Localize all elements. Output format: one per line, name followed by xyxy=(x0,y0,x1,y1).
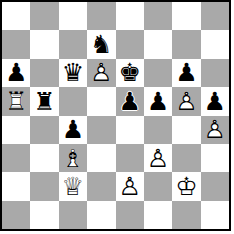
black-pawn[interactable]: ♟ xyxy=(116,87,144,115)
square-d4[interactable] xyxy=(87,116,115,144)
square-b7[interactable] xyxy=(30,30,58,58)
square-f6[interactable] xyxy=(144,59,172,87)
white-pawn[interactable]: ♟♙ xyxy=(116,172,144,200)
square-a8[interactable] xyxy=(2,2,30,30)
board-area: ♞♟♛♟♙♚♟♜♖♜♟♟♟♙♟♟♟♙♝♗♟♙♛♕♟♙♚♔ xyxy=(0,0,234,234)
black-queen[interactable]: ♛ xyxy=(59,59,87,87)
black-pawn[interactable]: ♟ xyxy=(2,59,30,87)
square-b8[interactable] xyxy=(30,2,58,30)
square-b1[interactable] xyxy=(30,201,58,229)
square-a6[interactable]: ♟ xyxy=(2,59,30,87)
square-a2[interactable] xyxy=(2,172,30,200)
square-c6[interactable]: ♛ xyxy=(59,59,87,87)
square-c3[interactable]: ♝♗ xyxy=(59,144,87,172)
piece-outline-glyph: ♙ xyxy=(144,144,172,172)
square-f2[interactable] xyxy=(144,172,172,200)
square-e8[interactable] xyxy=(116,2,144,30)
square-d6[interactable]: ♟♙ xyxy=(87,59,115,87)
square-d1[interactable] xyxy=(87,201,115,229)
black-king[interactable]: ♚ xyxy=(116,59,144,87)
white-bishop[interactable]: ♝♗ xyxy=(59,144,87,172)
square-c5[interactable] xyxy=(59,87,87,115)
piece-solid-glyph: ♞ xyxy=(87,30,115,58)
square-d2[interactable] xyxy=(87,172,115,200)
piece-outline-glyph: ♗ xyxy=(59,144,87,172)
square-c7[interactable] xyxy=(59,30,87,58)
piece-outline-glyph: ♖ xyxy=(2,87,30,115)
square-f4[interactable] xyxy=(144,116,172,144)
white-pawn[interactable]: ♟♙ xyxy=(87,59,115,87)
square-f1[interactable] xyxy=(144,201,172,229)
white-pawn[interactable]: ♟♙ xyxy=(201,116,229,144)
square-e1[interactable] xyxy=(116,201,144,229)
piece-outline-glyph: ♙ xyxy=(201,116,229,144)
white-king[interactable]: ♚♔ xyxy=(172,172,200,200)
square-h8[interactable] xyxy=(201,2,229,30)
white-rook[interactable]: ♜♖ xyxy=(2,87,30,115)
square-g2[interactable]: ♚♔ xyxy=(172,172,200,200)
square-g8[interactable] xyxy=(172,2,200,30)
square-f5[interactable]: ♟ xyxy=(144,87,172,115)
page-background: { "game": "chess", "diagram_type": "prob… xyxy=(0,0,234,234)
square-h7[interactable] xyxy=(201,30,229,58)
square-b3[interactable] xyxy=(30,144,58,172)
square-g3[interactable] xyxy=(172,144,200,172)
square-h6[interactable] xyxy=(201,59,229,87)
square-h5[interactable]: ♟ xyxy=(201,87,229,115)
square-h1[interactable] xyxy=(201,201,229,229)
square-f3[interactable]: ♟♙ xyxy=(144,144,172,172)
piece-outline-glyph: ♙ xyxy=(172,87,200,115)
black-pawn[interactable]: ♟ xyxy=(172,59,200,87)
square-f8[interactable] xyxy=(144,2,172,30)
chess-board: ♞♟♛♟♙♚♟♜♖♜♟♟♟♙♟♟♟♙♝♗♟♙♛♕♟♙♚♔ xyxy=(0,0,231,231)
square-e2[interactable]: ♟♙ xyxy=(116,172,144,200)
square-b6[interactable] xyxy=(30,59,58,87)
white-pawn[interactable]: ♟♙ xyxy=(144,144,172,172)
square-g6[interactable]: ♟ xyxy=(172,59,200,87)
square-c8[interactable] xyxy=(59,2,87,30)
piece-solid-glyph: ♟ xyxy=(59,116,87,144)
square-g1[interactable] xyxy=(172,201,200,229)
piece-outline-glyph: ♙ xyxy=(116,172,144,200)
square-d3[interactable] xyxy=(87,144,115,172)
white-pawn[interactable]: ♟♙ xyxy=(172,87,200,115)
piece-solid-glyph: ♟ xyxy=(144,87,172,115)
square-h3[interactable] xyxy=(201,144,229,172)
piece-outline-glyph: ♙ xyxy=(87,59,115,87)
square-f7[interactable] xyxy=(144,30,172,58)
square-d5[interactable] xyxy=(87,87,115,115)
square-b4[interactable] xyxy=(30,116,58,144)
square-c2[interactable]: ♛♕ xyxy=(59,172,87,200)
square-e3[interactable] xyxy=(116,144,144,172)
square-a5[interactable]: ♜♖ xyxy=(2,87,30,115)
piece-solid-glyph: ♚ xyxy=(116,59,144,87)
piece-outline-glyph: ♕ xyxy=(59,172,87,200)
black-pawn[interactable]: ♟ xyxy=(59,116,87,144)
square-a7[interactable] xyxy=(2,30,30,58)
square-b2[interactable] xyxy=(30,172,58,200)
square-g4[interactable] xyxy=(172,116,200,144)
square-e4[interactable] xyxy=(116,116,144,144)
square-c4[interactable]: ♟ xyxy=(59,116,87,144)
square-e6[interactable]: ♚ xyxy=(116,59,144,87)
square-h2[interactable] xyxy=(201,172,229,200)
square-d7[interactable]: ♞ xyxy=(87,30,115,58)
black-pawn[interactable]: ♟ xyxy=(201,87,229,115)
square-c1[interactable] xyxy=(59,201,87,229)
square-g7[interactable] xyxy=(172,30,200,58)
piece-solid-glyph: ♟ xyxy=(201,87,229,115)
square-d8[interactable] xyxy=(87,2,115,30)
square-h4[interactable]: ♟♙ xyxy=(201,116,229,144)
square-e5[interactable]: ♟ xyxy=(116,87,144,115)
piece-solid-glyph: ♟ xyxy=(172,59,200,87)
square-a4[interactable] xyxy=(2,116,30,144)
square-e7[interactable] xyxy=(116,30,144,58)
piece-solid-glyph: ♜ xyxy=(30,87,58,115)
black-knight[interactable]: ♞ xyxy=(87,30,115,58)
black-rook[interactable]: ♜ xyxy=(30,87,58,115)
square-a3[interactable] xyxy=(2,144,30,172)
black-pawn[interactable]: ♟ xyxy=(144,87,172,115)
piece-solid-glyph: ♛ xyxy=(59,59,87,87)
square-a1[interactable] xyxy=(2,201,30,229)
piece-solid-glyph: ♟ xyxy=(116,87,144,115)
square-g5[interactable]: ♟♙ xyxy=(172,87,200,115)
white-queen[interactable]: ♛♕ xyxy=(59,172,87,200)
piece-solid-glyph: ♟ xyxy=(2,59,30,87)
piece-outline-glyph: ♔ xyxy=(172,172,200,200)
square-b5[interactable]: ♜ xyxy=(30,87,58,115)
